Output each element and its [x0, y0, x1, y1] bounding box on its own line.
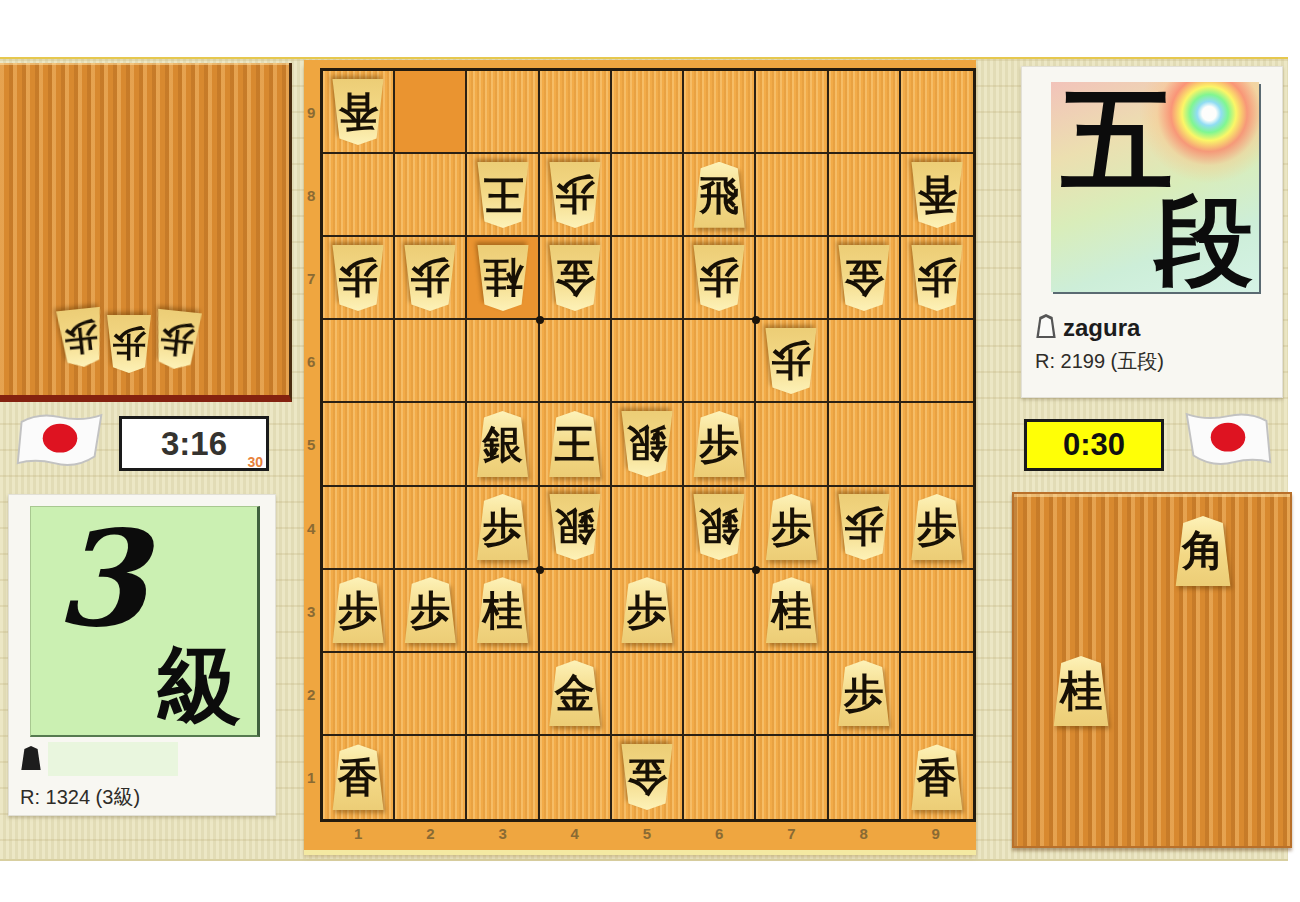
square-72[interactable]: [756, 653, 828, 736]
file-label-2: 2: [426, 825, 434, 842]
right-player-rating: R: 2199 (五段): [1035, 348, 1164, 375]
square-64[interactable]: 銀: [684, 487, 756, 570]
board-grid: 香王歩飛香歩歩桂金歩金歩歩銀王銀歩歩銀銀歩歩歩歩歩桂歩桂金歩香金香: [320, 68, 976, 822]
square-46[interactable]: [540, 320, 612, 403]
left-player-clock: 3:16 30: [119, 416, 269, 471]
shogi-piece-歩-rotated[interactable]: 歩: [104, 315, 154, 373]
piece-kanji: 銀: [699, 507, 739, 547]
piece-kanji: 金: [844, 258, 884, 298]
piece-kanji: 歩: [112, 327, 146, 361]
shogi-piece-歩[interactable]: 歩: [690, 411, 748, 477]
right-player-clock-active: 0:30: [1024, 419, 1164, 471]
square-33[interactable]: 桂: [467, 570, 539, 653]
square-65[interactable]: 歩: [684, 403, 756, 486]
bottom-player-captured-tray: 角桂: [1012, 492, 1292, 848]
square-59[interactable]: [612, 71, 684, 154]
square-78[interactable]: [756, 154, 828, 237]
square-82[interactable]: 歩: [829, 653, 901, 736]
square-56[interactable]: [612, 320, 684, 403]
left-player-rating: R: 1324 (3級): [20, 784, 140, 811]
shogi-piece-香-rotated[interactable]: 香: [329, 79, 387, 145]
square-53[interactable]: 歩: [612, 570, 684, 653]
shogi-piece-金-rotated[interactable]: 金: [546, 245, 604, 311]
file-label-8: 8: [859, 825, 867, 842]
square-84[interactable]: 歩: [829, 487, 901, 570]
square-77[interactable]: [756, 237, 828, 320]
top-player-captured-tray: 歩歩歩: [0, 63, 292, 402]
rank-art-number: 3: [55, 513, 147, 645]
shogi-piece-歩[interactable]: 歩: [329, 577, 387, 643]
square-41[interactable]: [540, 736, 612, 819]
square-35[interactable]: 銀: [467, 403, 539, 486]
piece-kanji: 飛: [699, 175, 739, 215]
square-24[interactable]: [395, 487, 467, 570]
piece-kanji: 香: [338, 92, 378, 132]
square-44[interactable]: 銀: [540, 487, 612, 570]
file-label-7: 7: [787, 825, 795, 842]
square-96[interactable]: [901, 320, 973, 403]
square-97[interactable]: 歩: [901, 237, 973, 320]
piece-kanji: 香: [917, 175, 957, 215]
square-73[interactable]: 桂: [756, 570, 828, 653]
piece-kanji: 銀: [483, 424, 523, 464]
rank-label-7: 7: [307, 270, 315, 287]
rank-label-9: 9: [307, 104, 315, 121]
piece-kanji: 歩: [410, 590, 450, 630]
square-83[interactable]: [829, 570, 901, 653]
left-clock-time: 3:16: [161, 425, 227, 463]
square-71[interactable]: [756, 736, 828, 819]
piece-kanji: 香: [338, 757, 378, 797]
square-95[interactable]: [901, 403, 973, 486]
square-81[interactable]: [829, 736, 901, 819]
square-63[interactable]: [684, 570, 756, 653]
shogi-piece-歩-rotated[interactable]: 歩: [53, 307, 109, 370]
shogi-piece-歩-rotated[interactable]: 歩: [690, 245, 748, 311]
piece-kanji: 歩: [917, 507, 957, 547]
square-47[interactable]: 金: [540, 237, 612, 320]
shogi-piece-歩[interactable]: 歩: [835, 660, 893, 726]
rank-label-1: 1: [307, 769, 315, 786]
shogi-piece-飛[interactable]: 飛: [690, 162, 748, 228]
shogi-piece-歩[interactable]: 歩: [474, 494, 532, 560]
left-player-rank-art: 3 級: [30, 506, 260, 737]
piece-kanji: 歩: [917, 258, 957, 298]
square-38[interactable]: 王: [467, 154, 539, 237]
piece-kanji: 歩: [699, 424, 739, 464]
piece-kanji: 桂: [483, 258, 523, 298]
shogi-piece-金-rotated[interactable]: 金: [835, 245, 893, 311]
left-player-card: 3 級 R: 1324 (3級): [8, 494, 276, 816]
piece-kanji: 金: [555, 258, 595, 298]
shogi-piece-歩-rotated[interactable]: 歩: [835, 494, 893, 560]
hoshi-dot: [536, 566, 544, 574]
square-87[interactable]: 金: [829, 237, 901, 320]
shogi-piece-歩[interactable]: 歩: [908, 494, 966, 560]
file-label-1: 1: [354, 825, 362, 842]
piece-kanji: 歩: [771, 341, 811, 381]
piece-kanji: 歩: [62, 319, 99, 356]
piece-kanji: 歩: [555, 175, 595, 215]
right-player-name: zagura: [1063, 314, 1140, 342]
piece-kanji: 歩: [158, 321, 195, 358]
file-label-4: 4: [571, 825, 579, 842]
piece-kanji: 歩: [410, 258, 450, 298]
shogi-piece-歩-rotated[interactable]: 歩: [908, 245, 966, 311]
square-29[interactable]: [395, 71, 467, 154]
square-28[interactable]: [395, 154, 467, 237]
square-92[interactable]: [901, 653, 973, 736]
hoshi-dot: [752, 566, 760, 574]
square-61[interactable]: [684, 736, 756, 819]
square-89[interactable]: [829, 71, 901, 154]
shogi-piece-王[interactable]: 王: [546, 411, 604, 477]
byoyomi-indicator: 30: [247, 454, 263, 470]
piece-kanji: 歩: [338, 258, 378, 298]
right-player-avatar: 五 段: [1051, 82, 1259, 292]
piece-kanji: 銀: [627, 424, 667, 464]
japan-flag-icon: [12, 408, 108, 482]
shogi-piece-金[interactable]: 金: [546, 660, 604, 726]
square-39[interactable]: [467, 71, 539, 154]
avatar-kanji-2: 段: [1155, 192, 1253, 290]
side-strip: [48, 742, 178, 776]
square-74[interactable]: 歩: [756, 487, 828, 570]
piece-kanji: 歩: [627, 590, 667, 630]
piece-kanji: 歩: [771, 507, 811, 547]
japan-flag-icon: [1180, 406, 1276, 482]
white-side-icon: [1035, 314, 1057, 338]
rank-label-6: 6: [307, 353, 315, 370]
square-51[interactable]: 金: [612, 736, 684, 819]
square-23[interactable]: 歩: [395, 570, 467, 653]
rank-label-8: 8: [307, 187, 315, 204]
piece-kanji: 桂: [771, 590, 811, 630]
square-52[interactable]: [612, 653, 684, 736]
square-42[interactable]: 金: [540, 653, 612, 736]
square-58[interactable]: [612, 154, 684, 237]
piece-kanji: 金: [555, 673, 595, 713]
shogi-piece-桂[interactable]: 桂: [474, 577, 532, 643]
square-99[interactable]: [901, 71, 973, 154]
rank-label-4: 4: [307, 520, 315, 537]
shogi-piece-桂-rotated[interactable]: 桂: [474, 245, 532, 311]
rank-art-kanji: 級: [157, 643, 241, 727]
shogi-piece-歩-rotated[interactable]: 歩: [762, 328, 820, 394]
piece-kanji: 王: [555, 424, 595, 464]
rank-label-5: 5: [307, 436, 315, 453]
square-11[interactable]: 香: [323, 736, 395, 819]
shogi-piece-歩[interactable]: 歩: [401, 577, 459, 643]
rank-label-2: 2: [307, 686, 315, 703]
square-75[interactable]: [756, 403, 828, 486]
square-12[interactable]: [323, 653, 395, 736]
square-85[interactable]: [829, 403, 901, 486]
square-86[interactable]: [829, 320, 901, 403]
square-67[interactable]: 歩: [684, 237, 756, 320]
square-76[interactable]: 歩: [756, 320, 828, 403]
square-27[interactable]: 歩: [395, 237, 467, 320]
square-15[interactable]: [323, 403, 395, 486]
square-98[interactable]: 香: [901, 154, 973, 237]
square-54[interactable]: [612, 487, 684, 570]
square-49[interactable]: [540, 71, 612, 154]
piece-kanji: 角: [1182, 530, 1224, 572]
piece-kanji: 桂: [483, 590, 523, 630]
piece-kanji: 歩: [338, 590, 378, 630]
square-79[interactable]: [756, 71, 828, 154]
square-34[interactable]: 歩: [467, 487, 539, 570]
shogi-piece-歩[interactable]: 歩: [762, 494, 820, 560]
shogi-piece-歩-rotated[interactable]: 歩: [401, 245, 459, 311]
square-66[interactable]: [684, 320, 756, 403]
piece-kanji: 歩: [699, 258, 739, 298]
piece-kanji: 歩: [844, 507, 884, 547]
square-36[interactable]: [467, 320, 539, 403]
piece-kanji: 桂: [1060, 670, 1102, 712]
shogi-piece-香[interactable]: 香: [329, 744, 387, 810]
piece-kanji: 銀: [555, 507, 595, 547]
square-22[interactable]: [395, 653, 467, 736]
shogi-piece-角[interactable]: 角: [1172, 516, 1234, 586]
square-91[interactable]: 香: [901, 736, 973, 819]
square-45[interactable]: 王: [540, 403, 612, 486]
shogi-piece-銀[interactable]: 銀: [474, 411, 532, 477]
rank-label-3: 3: [307, 603, 315, 620]
shogi-piece-銀-rotated[interactable]: 銀: [618, 411, 676, 477]
square-21[interactable]: [395, 736, 467, 819]
shogi-game-screen: 歩歩歩 3:16 30 3 級 R: 1324 (3級) 香王歩飛香歩歩桂金歩金…: [0, 0, 1300, 902]
right-clock-time: 0:30: [1063, 427, 1125, 463]
shogi-piece-銀-rotated[interactable]: 銀: [546, 494, 604, 560]
square-62[interactable]: [684, 653, 756, 736]
piece-kanji: 金: [627, 757, 667, 797]
shogi-board: 香王歩飛香歩歩桂金歩金歩歩銀王銀歩歩銀銀歩歩歩歩歩桂歩桂金歩香金香 987654…: [304, 60, 976, 850]
square-55[interactable]: 銀: [612, 403, 684, 486]
square-13[interactable]: 歩: [323, 570, 395, 653]
square-18[interactable]: [323, 154, 395, 237]
square-19[interactable]: 香: [323, 71, 395, 154]
square-26[interactable]: [395, 320, 467, 403]
hoshi-dot: [536, 316, 544, 324]
shogi-piece-桂[interactable]: 桂: [1050, 656, 1112, 726]
shogi-piece-桂[interactable]: 桂: [762, 577, 820, 643]
shogi-piece-歩[interactable]: 歩: [618, 577, 676, 643]
file-label-9: 9: [932, 825, 940, 842]
piece-kanji: 王: [483, 175, 523, 215]
shogi-piece-香-rotated[interactable]: 香: [908, 162, 966, 228]
square-17[interactable]: 歩: [323, 237, 395, 320]
shogi-piece-歩-rotated[interactable]: 歩: [329, 245, 387, 311]
square-93[interactable]: [901, 570, 973, 653]
shogi-piece-金-rotated[interactable]: 金: [618, 744, 676, 810]
square-43[interactable]: [540, 570, 612, 653]
square-25[interactable]: [395, 403, 467, 486]
file-label-5: 5: [643, 825, 651, 842]
square-31[interactable]: [467, 736, 539, 819]
square-32[interactable]: [467, 653, 539, 736]
black-side-icon: [20, 746, 42, 770]
square-88[interactable]: [829, 154, 901, 237]
shogi-piece-銀-rotated[interactable]: 銀: [690, 494, 748, 560]
square-37[interactable]: 桂: [467, 237, 539, 320]
shogi-piece-王-rotated[interactable]: 王: [474, 162, 532, 228]
square-69[interactable]: [684, 71, 756, 154]
file-label-6: 6: [715, 825, 723, 842]
square-68[interactable]: 飛: [684, 154, 756, 237]
piece-kanji: 香: [917, 757, 957, 797]
hoshi-dot: [752, 316, 760, 324]
shogi-piece-香[interactable]: 香: [908, 744, 966, 810]
file-label-3: 3: [498, 825, 506, 842]
shogi-piece-歩-rotated[interactable]: 歩: [149, 309, 205, 372]
avatar-kanji-1: 五: [1061, 84, 1173, 196]
square-48[interactable]: 歩: [540, 154, 612, 237]
square-94[interactable]: 歩: [901, 487, 973, 570]
square-16[interactable]: [323, 320, 395, 403]
shogi-piece-歩-rotated[interactable]: 歩: [546, 162, 604, 228]
square-57[interactable]: [612, 237, 684, 320]
right-player-card: 五 段 zagura R: 2199 (五段): [1021, 66, 1283, 398]
piece-kanji: 歩: [844, 673, 884, 713]
square-14[interactable]: [323, 487, 395, 570]
piece-kanji: 歩: [483, 507, 523, 547]
